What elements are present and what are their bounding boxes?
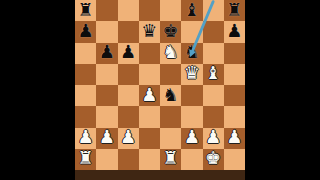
square-h7[interactable]: ♟ bbox=[224, 21, 245, 42]
square-e8[interactable] bbox=[160, 0, 181, 21]
square-h6[interactable] bbox=[224, 43, 245, 64]
square-c7[interactable] bbox=[118, 21, 139, 42]
screenshot-background: ♜♝♜♟♛♚♟♟♟♞♞♛♝♟♞♟♟♟♟♟♟♜♜♚ bbox=[0, 0, 320, 180]
square-b7[interactable] bbox=[96, 21, 117, 42]
square-d5[interactable] bbox=[139, 64, 160, 85]
white-bishop-g5[interactable]: ♝ bbox=[205, 64, 221, 82]
black-pawn-h7[interactable]: ♟ bbox=[226, 22, 242, 40]
white-pawn-f2[interactable]: ♟ bbox=[184, 128, 200, 146]
square-e7[interactable]: ♚ bbox=[160, 21, 181, 42]
square-b5[interactable] bbox=[96, 64, 117, 85]
square-g5[interactable]: ♝ bbox=[203, 64, 224, 85]
square-h5[interactable] bbox=[224, 64, 245, 85]
square-c6[interactable]: ♟ bbox=[118, 43, 139, 64]
square-b6[interactable]: ♟ bbox=[96, 43, 117, 64]
square-f8[interactable]: ♝ bbox=[181, 0, 202, 21]
square-e1[interactable]: ♜ bbox=[160, 149, 181, 170]
white-pawn-d4[interactable]: ♟ bbox=[141, 86, 157, 104]
square-h4[interactable] bbox=[224, 85, 245, 106]
square-h8[interactable]: ♜ bbox=[224, 0, 245, 21]
white-pawn-g2[interactable]: ♟ bbox=[205, 128, 221, 146]
square-c5[interactable] bbox=[118, 64, 139, 85]
square-b8[interactable] bbox=[96, 0, 117, 21]
black-pawn-b6[interactable]: ♟ bbox=[99, 43, 115, 61]
square-e6[interactable]: ♞ bbox=[160, 43, 181, 64]
black-king-e7[interactable]: ♚ bbox=[163, 22, 179, 40]
white-rook-a1[interactable]: ♜ bbox=[78, 149, 94, 167]
chess-board: ♜♝♜♟♛♚♟♟♟♞♞♛♝♟♞♟♟♟♟♟♟♜♜♚ bbox=[75, 0, 245, 170]
black-pawn-a7[interactable]: ♟ bbox=[78, 22, 94, 40]
black-knight-f6[interactable]: ♞ bbox=[184, 43, 200, 61]
square-c3[interactable] bbox=[118, 106, 139, 127]
square-c2[interactable]: ♟ bbox=[118, 128, 139, 149]
square-d1[interactable] bbox=[139, 149, 160, 170]
square-g2[interactable]: ♟ bbox=[203, 128, 224, 149]
white-pawn-a2[interactable]: ♟ bbox=[78, 128, 94, 146]
square-a4[interactable] bbox=[75, 85, 96, 106]
square-d4[interactable]: ♟ bbox=[139, 85, 160, 106]
square-b1[interactable] bbox=[96, 149, 117, 170]
square-a8[interactable]: ♜ bbox=[75, 0, 96, 21]
square-g1[interactable]: ♚ bbox=[203, 149, 224, 170]
white-queen-f5[interactable]: ♛ bbox=[184, 64, 200, 82]
square-c1[interactable] bbox=[118, 149, 139, 170]
square-a1[interactable]: ♜ bbox=[75, 149, 96, 170]
square-h3[interactable] bbox=[224, 106, 245, 127]
black-bishop-f8[interactable]: ♝ bbox=[184, 1, 200, 19]
square-h1[interactable] bbox=[224, 149, 245, 170]
square-d2[interactable] bbox=[139, 128, 160, 149]
square-f6[interactable]: ♞ bbox=[181, 43, 202, 64]
square-g7[interactable] bbox=[203, 21, 224, 42]
square-d3[interactable] bbox=[139, 106, 160, 127]
square-d6[interactable] bbox=[139, 43, 160, 64]
square-e3[interactable] bbox=[160, 106, 181, 127]
black-rook-a8[interactable]: ♜ bbox=[78, 1, 94, 19]
black-pawn-c6[interactable]: ♟ bbox=[120, 43, 136, 61]
square-a7[interactable]: ♟ bbox=[75, 21, 96, 42]
square-e4[interactable]: ♞ bbox=[160, 85, 181, 106]
square-a6[interactable] bbox=[75, 43, 96, 64]
square-e5[interactable] bbox=[160, 64, 181, 85]
square-b3[interactable] bbox=[96, 106, 117, 127]
square-a5[interactable] bbox=[75, 64, 96, 85]
square-f5[interactable]: ♛ bbox=[181, 64, 202, 85]
square-e2[interactable] bbox=[160, 128, 181, 149]
board-bottom-border bbox=[75, 170, 245, 180]
square-g6[interactable] bbox=[203, 43, 224, 64]
black-rook-h8[interactable]: ♜ bbox=[226, 1, 242, 19]
square-b2[interactable]: ♟ bbox=[96, 128, 117, 149]
square-h2[interactable]: ♟ bbox=[224, 128, 245, 149]
black-queen-d7[interactable]: ♛ bbox=[141, 22, 157, 40]
square-g3[interactable] bbox=[203, 106, 224, 127]
square-b4[interactable] bbox=[96, 85, 117, 106]
square-f1[interactable] bbox=[181, 149, 202, 170]
white-pawn-b2[interactable]: ♟ bbox=[99, 128, 115, 146]
square-f3[interactable] bbox=[181, 106, 202, 127]
square-d8[interactable] bbox=[139, 0, 160, 21]
square-g8[interactable] bbox=[203, 0, 224, 21]
square-c8[interactable] bbox=[118, 0, 139, 21]
square-f7[interactable] bbox=[181, 21, 202, 42]
black-knight-e4[interactable]: ♞ bbox=[163, 86, 179, 104]
square-d7[interactable]: ♛ bbox=[139, 21, 160, 42]
square-f2[interactable]: ♟ bbox=[181, 128, 202, 149]
white-king-g1[interactable]: ♚ bbox=[205, 149, 221, 167]
square-a2[interactable]: ♟ bbox=[75, 128, 96, 149]
square-c4[interactable] bbox=[118, 85, 139, 106]
square-a3[interactable] bbox=[75, 106, 96, 127]
square-f4[interactable] bbox=[181, 85, 202, 106]
white-pawn-c2[interactable]: ♟ bbox=[120, 128, 136, 146]
square-g4[interactable] bbox=[203, 85, 224, 106]
white-knight-e6[interactable]: ♞ bbox=[163, 43, 179, 61]
white-pawn-h2[interactable]: ♟ bbox=[226, 128, 242, 146]
white-rook-e1[interactable]: ♜ bbox=[163, 149, 179, 167]
